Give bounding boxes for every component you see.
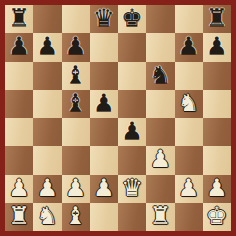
white-knight[interactable]: ♞ <box>37 203 59 230</box>
square-f1[interactable]: ♜ <box>146 203 174 231</box>
square-a1[interactable]: ♜ <box>5 203 33 231</box>
white-pawn[interactable]: ♟ <box>150 146 172 173</box>
black-pawn[interactable]: ♟ <box>65 33 87 60</box>
square-d1[interactable] <box>90 203 118 231</box>
white-queen[interactable]: ♛ <box>121 175 143 202</box>
square-a8[interactable]: ♜ <box>5 5 33 33</box>
black-knight[interactable]: ♞ <box>150 62 172 89</box>
square-g7[interactable]: ♟ <box>175 33 203 61</box>
square-d6[interactable] <box>90 62 118 90</box>
square-a4[interactable] <box>5 118 33 146</box>
square-g1[interactable] <box>175 203 203 231</box>
white-king[interactable]: ♚ <box>206 203 228 230</box>
square-e4[interactable]: ♟ <box>118 118 146 146</box>
square-d2[interactable]: ♟ <box>90 175 118 203</box>
square-h6[interactable] <box>203 62 231 90</box>
black-queen[interactable]: ♛ <box>93 5 115 32</box>
white-pawn[interactable]: ♟ <box>65 175 87 202</box>
square-d7[interactable] <box>90 33 118 61</box>
square-c2[interactable]: ♟ <box>62 175 90 203</box>
square-h7[interactable]: ♟ <box>203 33 231 61</box>
square-f7[interactable] <box>146 33 174 61</box>
square-b2[interactable]: ♟ <box>33 175 61 203</box>
square-g4[interactable] <box>175 118 203 146</box>
square-h5[interactable] <box>203 90 231 118</box>
square-b3[interactable] <box>33 146 61 174</box>
square-h3[interactable] <box>203 146 231 174</box>
square-b4[interactable] <box>33 118 61 146</box>
square-c3[interactable] <box>62 146 90 174</box>
square-c4[interactable] <box>62 118 90 146</box>
square-d3[interactable] <box>90 146 118 174</box>
white-knight[interactable]: ♞ <box>178 90 200 117</box>
square-b8[interactable] <box>33 5 61 33</box>
black-bishop[interactable]: ♝ <box>65 62 87 89</box>
square-f4[interactable] <box>146 118 174 146</box>
white-rook[interactable]: ♜ <box>150 203 172 230</box>
square-g5[interactable]: ♞ <box>175 90 203 118</box>
square-h4[interactable] <box>203 118 231 146</box>
square-e3[interactable] <box>118 146 146 174</box>
square-f5[interactable] <box>146 90 174 118</box>
square-b5[interactable] <box>33 90 61 118</box>
square-c7[interactable]: ♟ <box>62 33 90 61</box>
white-pawn[interactable]: ♟ <box>93 175 115 202</box>
black-king[interactable]: ♚ <box>121 5 143 32</box>
square-d5[interactable]: ♟ <box>90 90 118 118</box>
square-e6[interactable] <box>118 62 146 90</box>
square-a2[interactable]: ♟ <box>5 175 33 203</box>
square-e7[interactable] <box>118 33 146 61</box>
square-g6[interactable] <box>175 62 203 90</box>
white-pawn[interactable]: ♟ <box>8 175 30 202</box>
black-rook[interactable]: ♜ <box>206 5 228 32</box>
square-b7[interactable]: ♟ <box>33 33 61 61</box>
square-a3[interactable] <box>5 146 33 174</box>
square-a7[interactable]: ♟ <box>5 33 33 61</box>
square-d4[interactable] <box>90 118 118 146</box>
white-pawn[interactable]: ♟ <box>37 175 59 202</box>
white-rook[interactable]: ♜ <box>8 203 30 230</box>
black-rook[interactable]: ♜ <box>8 5 30 32</box>
square-f6[interactable]: ♞ <box>146 62 174 90</box>
square-c1[interactable]: ♝ <box>62 203 90 231</box>
square-e8[interactable]: ♚ <box>118 5 146 33</box>
square-c8[interactable] <box>62 5 90 33</box>
square-e2[interactable]: ♛ <box>118 175 146 203</box>
square-h8[interactable]: ♜ <box>203 5 231 33</box>
chess-board: ♜♛♚♜♟♟♟♟♟♝♞♝♟♞♟♟♟♟♟♟♛♟♟♜♞♝♜♚ <box>5 5 231 231</box>
black-bishop[interactable]: ♝ <box>65 90 87 117</box>
square-a5[interactable] <box>5 90 33 118</box>
square-f8[interactable] <box>146 5 174 33</box>
square-a6[interactable] <box>5 62 33 90</box>
square-e5[interactable] <box>118 90 146 118</box>
chess-board-frame: ♜♛♚♜♟♟♟♟♟♝♞♝♟♞♟♟♟♟♟♟♛♟♟♜♞♝♜♚ <box>0 0 236 236</box>
square-g3[interactable] <box>175 146 203 174</box>
square-c5[interactable]: ♝ <box>62 90 90 118</box>
square-h1[interactable]: ♚ <box>203 203 231 231</box>
square-d8[interactable]: ♛ <box>90 5 118 33</box>
black-pawn[interactable]: ♟ <box>178 33 200 60</box>
white-bishop[interactable]: ♝ <box>65 203 87 230</box>
black-pawn[interactable]: ♟ <box>37 33 59 60</box>
black-pawn[interactable]: ♟ <box>93 90 115 117</box>
square-b1[interactable]: ♞ <box>33 203 61 231</box>
black-pawn[interactable]: ♟ <box>206 33 228 60</box>
square-c6[interactable]: ♝ <box>62 62 90 90</box>
square-e1[interactable] <box>118 203 146 231</box>
black-pawn[interactable]: ♟ <box>121 118 143 145</box>
square-b6[interactable] <box>33 62 61 90</box>
square-h2[interactable]: ♟ <box>203 175 231 203</box>
square-g8[interactable] <box>175 5 203 33</box>
white-pawn[interactable]: ♟ <box>178 175 200 202</box>
square-g2[interactable]: ♟ <box>175 175 203 203</box>
black-pawn[interactable]: ♟ <box>8 33 30 60</box>
square-f3[interactable]: ♟ <box>146 146 174 174</box>
square-f2[interactable] <box>146 175 174 203</box>
white-pawn[interactable]: ♟ <box>206 175 228 202</box>
